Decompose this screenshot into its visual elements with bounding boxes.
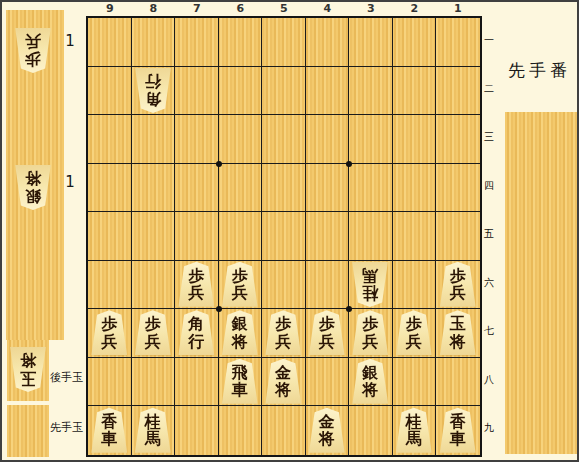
rank-label: 五 (484, 210, 500, 259)
shogi-position-editor: 歩兵 1 銀将 1 玉将 後手玉 先手玉 987654321 一二三四五六七八九… (0, 0, 579, 462)
shogi-piece-銀将[interactable]: 銀将 (14, 165, 52, 210)
sente-king-tray[interactable] (7, 405, 49, 457)
board-cell[interactable] (175, 212, 219, 261)
board-cell[interactable] (175, 164, 219, 213)
shogi-piece-歩兵[interactable]: 歩兵 (264, 310, 302, 355)
board-cell[interactable] (219, 406, 263, 455)
board-cell[interactable] (262, 18, 306, 67)
board-cell[interactable] (349, 67, 393, 116)
board-cell[interactable] (219, 115, 263, 164)
board-cell[interactable] (436, 164, 480, 213)
shogi-piece-歩兵[interactable]: 歩兵 (308, 310, 346, 355)
shogi-piece-銀将[interactable]: 銀将 (221, 310, 259, 355)
board-cell[interactable]: 角行 (132, 67, 176, 116)
file-label: 3 (349, 2, 393, 16)
file-label: 6 (219, 2, 263, 16)
board-cell[interactable]: 桂馬 (132, 406, 176, 455)
shogi-piece-銀将[interactable]: 銀将 (351, 359, 389, 404)
board-cell[interactable] (262, 261, 306, 310)
board-cell[interactable]: 金将 (306, 406, 350, 455)
board-cell[interactable]: 銀将 (349, 358, 393, 407)
shogi-piece-歩兵[interactable]: 歩兵 (221, 262, 259, 307)
shogi-piece-角行[interactable]: 角行 (177, 310, 215, 355)
board-cell[interactable] (132, 115, 176, 164)
board-cell[interactable] (306, 67, 350, 116)
file-label: 8 (132, 2, 176, 16)
board-cell[interactable] (436, 115, 480, 164)
sente-hand-tray[interactable] (505, 112, 579, 454)
shogi-board: 角行歩兵歩兵桂馬歩兵歩兵歩兵角行銀将歩兵歩兵歩兵歩兵玉将飛車金将銀将香車桂馬金将… (86, 16, 482, 457)
board-cell[interactable] (132, 261, 176, 310)
board-cell[interactable] (175, 18, 219, 67)
board-cell[interactable] (262, 67, 306, 116)
board-cell[interactable] (393, 18, 437, 67)
rank-label: 三 (484, 113, 500, 162)
board-cell[interactable] (132, 212, 176, 261)
board-cell[interactable] (306, 212, 350, 261)
board-cell[interactable] (88, 261, 132, 310)
board-cell[interactable]: 桂馬 (349, 261, 393, 310)
board-cell[interactable] (132, 358, 176, 407)
file-label: 1 (436, 2, 480, 16)
rank-coordinates: 一二三四五六七八九 (484, 16, 500, 453)
board-cell[interactable]: 玉将 (436, 309, 480, 358)
board-cell[interactable] (175, 358, 219, 407)
board-cell[interactable] (349, 18, 393, 67)
shogi-piece-歩兵[interactable]: 歩兵 (439, 262, 477, 307)
gote-king-tray-label: 後手玉 (50, 370, 90, 385)
hoshi-dot (216, 161, 222, 167)
shogi-piece-香車[interactable]: 香車 (90, 408, 128, 453)
board-cell[interactable] (306, 115, 350, 164)
board-cell[interactable] (88, 67, 132, 116)
board-cell[interactable] (262, 212, 306, 261)
shogi-piece-玉将[interactable]: 玉将 (439, 310, 477, 355)
board-cell[interactable]: 歩兵 (88, 309, 132, 358)
shogi-piece-角行[interactable]: 角行 (134, 68, 172, 113)
board-cell[interactable] (349, 115, 393, 164)
file-label: 5 (262, 2, 306, 16)
rank-label: 一 (484, 16, 500, 65)
hoshi-dot (216, 306, 222, 312)
board-cell[interactable] (132, 164, 176, 213)
rank-label: 四 (484, 162, 500, 211)
board-cell[interactable] (132, 18, 176, 67)
board-cell[interactable] (349, 212, 393, 261)
board-cell[interactable] (175, 115, 219, 164)
board-cell[interactable] (88, 358, 132, 407)
shogi-piece-金将[interactable]: 金将 (308, 408, 346, 453)
board-cell[interactable] (262, 406, 306, 455)
board-cell[interactable]: 飛車 (219, 358, 263, 407)
board-cell[interactable]: 角行 (175, 309, 219, 358)
board-cell[interactable] (393, 261, 437, 310)
gote-hand-pawn-count: 1 (62, 32, 78, 50)
board-cell[interactable] (306, 358, 350, 407)
board-cell[interactable]: 香車 (88, 406, 132, 455)
board-cell[interactable] (175, 67, 219, 116)
hoshi-dot (346, 306, 352, 312)
board-cell[interactable]: 歩兵 (132, 309, 176, 358)
board-cell[interactable] (219, 212, 263, 261)
board-cell[interactable] (306, 18, 350, 67)
board-cell[interactable] (393, 164, 437, 213)
board-cell[interactable] (262, 115, 306, 164)
board-cell[interactable] (262, 164, 306, 213)
file-coordinates: 987654321 (88, 2, 480, 16)
file-label: 7 (175, 2, 219, 16)
board-cell[interactable] (436, 67, 480, 116)
shogi-piece-飛車[interactable]: 飛車 (221, 359, 259, 404)
rank-label: 六 (484, 259, 500, 308)
file-label: 9 (88, 2, 132, 16)
board-cell[interactable] (88, 18, 132, 67)
rank-label: 二 (484, 65, 500, 114)
board-cell[interactable] (436, 358, 480, 407)
shogi-piece-歩兵[interactable]: 歩兵 (351, 310, 389, 355)
shogi-piece-歩兵[interactable]: 歩兵 (14, 28, 52, 73)
file-label: 4 (306, 2, 350, 16)
board-cell[interactable] (306, 261, 350, 310)
shogi-piece-桂馬[interactable]: 桂馬 (351, 262, 389, 307)
turn-indicator: 先手番 (508, 59, 571, 82)
board-cell[interactable]: 銀将 (219, 309, 263, 358)
gote-hand-slot-silver[interactable]: 銀将 (14, 165, 52, 211)
board-cell[interactable] (88, 115, 132, 164)
shogi-piece-香車[interactable]: 香車 (439, 408, 477, 453)
board-cell[interactable] (306, 164, 350, 213)
board-cell[interactable] (175, 406, 219, 455)
board-cell[interactable] (88, 164, 132, 213)
shogi-piece-金将[interactable]: 金将 (264, 359, 302, 404)
hoshi-dot (346, 161, 352, 167)
board-cell[interactable]: 歩兵 (349, 309, 393, 358)
board-cell[interactable] (393, 67, 437, 116)
shogi-piece-歩兵[interactable]: 歩兵 (90, 310, 128, 355)
shogi-piece-歩兵[interactable]: 歩兵 (134, 310, 172, 355)
board-cell[interactable]: 桂馬 (393, 406, 437, 455)
shogi-piece-歩兵[interactable]: 歩兵 (177, 262, 215, 307)
board-cell[interactable] (436, 212, 480, 261)
board-cell[interactable] (219, 67, 263, 116)
board-cell[interactable] (393, 115, 437, 164)
rank-label: 九 (484, 404, 500, 453)
board-cell[interactable] (88, 212, 132, 261)
board-cell[interactable] (349, 164, 393, 213)
sente-king-tray-label: 先手玉 (50, 420, 90, 435)
board-cell[interactable]: 歩兵 (219, 261, 263, 310)
board-cell[interactable]: 歩兵 (393, 309, 437, 358)
board-cell[interactable] (219, 18, 263, 67)
rank-label: 七 (484, 307, 500, 356)
board-cell[interactable] (349, 406, 393, 455)
shogi-piece-桂馬[interactable]: 桂馬 (134, 408, 172, 453)
board-cell[interactable]: 歩兵 (262, 309, 306, 358)
board-cell[interactable] (393, 358, 437, 407)
shogi-piece-玉将[interactable]: 玉将 (9, 347, 47, 392)
gote-hand-slot-pawn[interactable]: 歩兵 (14, 28, 52, 74)
board-cell[interactable] (219, 164, 263, 213)
board-cell[interactable] (393, 212, 437, 261)
board-cell[interactable] (436, 18, 480, 67)
gote-hand-silver-count: 1 (62, 173, 78, 191)
board-cell[interactable]: 金将 (262, 358, 306, 407)
rank-label: 八 (484, 356, 500, 405)
shogi-piece-歩兵[interactable]: 歩兵 (395, 310, 433, 355)
board-cell[interactable]: 歩兵 (436, 261, 480, 310)
file-label: 2 (393, 2, 437, 16)
board-cell[interactable]: 歩兵 (175, 261, 219, 310)
board-cell[interactable]: 歩兵 (306, 309, 350, 358)
shogi-piece-桂馬[interactable]: 桂馬 (395, 408, 433, 453)
board-cell[interactable]: 香車 (436, 406, 480, 455)
gote-king-tray[interactable]: 玉将 (7, 340, 49, 401)
